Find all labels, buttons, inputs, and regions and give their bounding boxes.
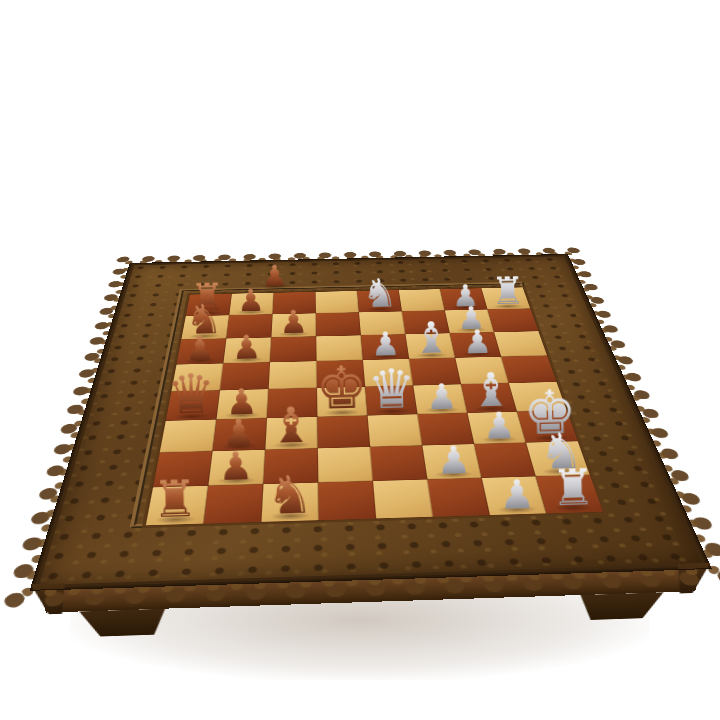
piece-silver-pawn-f2[interactable]: ♟	[463, 325, 493, 358]
playing-area: ♜♟♞♟♜♞♟♟♟♟♟♝♟♛♟♚♛♟♝♟♝♟♚♟♟♞♜♞♟♜	[142, 286, 608, 528]
square-b7[interactable]: ♟	[208, 450, 265, 486]
square-g6[interactable]: ♟	[271, 313, 316, 337]
square-c6[interactable]: ♝	[265, 417, 318, 450]
square-a5[interactable]	[318, 481, 376, 520]
square-h7[interactable]: ♟	[229, 293, 274, 316]
square-a4[interactable]	[373, 480, 433, 519]
square-f1[interactable]	[494, 331, 547, 357]
piece-copper-pawn-on-rim[interactable]: ♟	[261, 261, 288, 291]
square-a8[interactable]: ♜	[146, 486, 209, 526]
square-c4[interactable]	[368, 414, 423, 447]
square-b4[interactable]	[370, 446, 427, 482]
piece-silver-knight-h4[interactable]: ♞	[362, 273, 398, 313]
piece-copper-knight-a6[interactable]: ♞	[266, 468, 314, 522]
square-h3[interactable]	[399, 289, 445, 311]
square-d5[interactable]: ♚	[317, 387, 368, 417]
chess-board-photo: ♜♟♞♟♜♞♟♟♟♟♟♝♟♛♟♚♛♟♝♟♝♟♚♟♟♞♜♞♟♜ ♟	[0, 0, 720, 720]
square-f2[interactable]: ♟	[450, 332, 501, 358]
square-a1[interactable]: ♜	[536, 475, 603, 513]
piece-silver-pawn-b3[interactable]: ♟	[436, 440, 471, 479]
piece-copper-pawn-f8[interactable]: ♟	[185, 331, 215, 365]
piece-silver-bishop-f3[interactable]: ♝	[412, 316, 452, 360]
square-a3[interactable]	[428, 478, 490, 517]
square-g5[interactable]	[316, 312, 361, 336]
square-h4[interactable]: ♞	[357, 290, 402, 312]
piece-copper-rook-a8[interactable]: ♜	[152, 474, 199, 526]
piece-silver-rook-a1[interactable]: ♜	[550, 463, 595, 514]
square-c8[interactable]	[160, 420, 217, 453]
square-d4[interactable]: ♛	[365, 386, 417, 416]
piece-silver-pawn-f4[interactable]: ♟	[371, 327, 401, 360]
piece-copper-pawn-g6[interactable]: ♟	[279, 306, 308, 338]
piece-copper-king-d5[interactable]: ♚	[315, 359, 369, 419]
piece-silver-pawn-c2[interactable]: ♟	[482, 407, 516, 445]
square-b3[interactable]: ♟	[422, 444, 481, 479]
square-f4[interactable]: ♟	[361, 334, 409, 360]
square-a7[interactable]	[204, 484, 264, 523]
square-d3[interactable]: ♟	[413, 384, 467, 414]
piece-copper-queen-d8[interactable]: ♛	[166, 366, 216, 422]
piece-silver-rook-h1[interactable]: ♜	[491, 272, 525, 310]
piece-copper-bishop-c6[interactable]: ♝	[269, 400, 314, 450]
piece-silver-pawn-d3[interactable]: ♟	[426, 378, 458, 414]
piece-silver-queen-d4[interactable]: ♛	[367, 361, 417, 416]
piece-silver-pawn-a2[interactable]: ♟	[499, 474, 536, 515]
square-c5[interactable]	[317, 416, 370, 449]
piece-copper-pawn-f7[interactable]: ♟	[231, 330, 261, 364]
square-b5[interactable]	[318, 447, 373, 483]
square-f7[interactable]: ♟	[223, 337, 271, 363]
square-g1[interactable]	[488, 309, 539, 333]
square-c2[interactable]: ♟	[467, 412, 526, 444]
piece-copper-pawn-b7[interactable]: ♟	[218, 446, 254, 486]
square-f3[interactable]: ♝	[406, 333, 456, 359]
square-f8[interactable]: ♟	[177, 338, 227, 364]
square-h1[interactable]: ♜	[481, 287, 530, 309]
square-f6[interactable]	[270, 336, 317, 362]
piece-copper-pawn-h7[interactable]: ♟	[237, 285, 265, 316]
chess-board: ♜♟♞♟♜♞♟♟♟♟♟♝♟♛♟♚♛♟♝♟♝♟♚♟♟♞♜♞♟♜ ♟	[31, 254, 710, 589]
square-a6[interactable]: ♞	[261, 483, 318, 522]
square-d8[interactable]: ♛	[166, 390, 220, 420]
